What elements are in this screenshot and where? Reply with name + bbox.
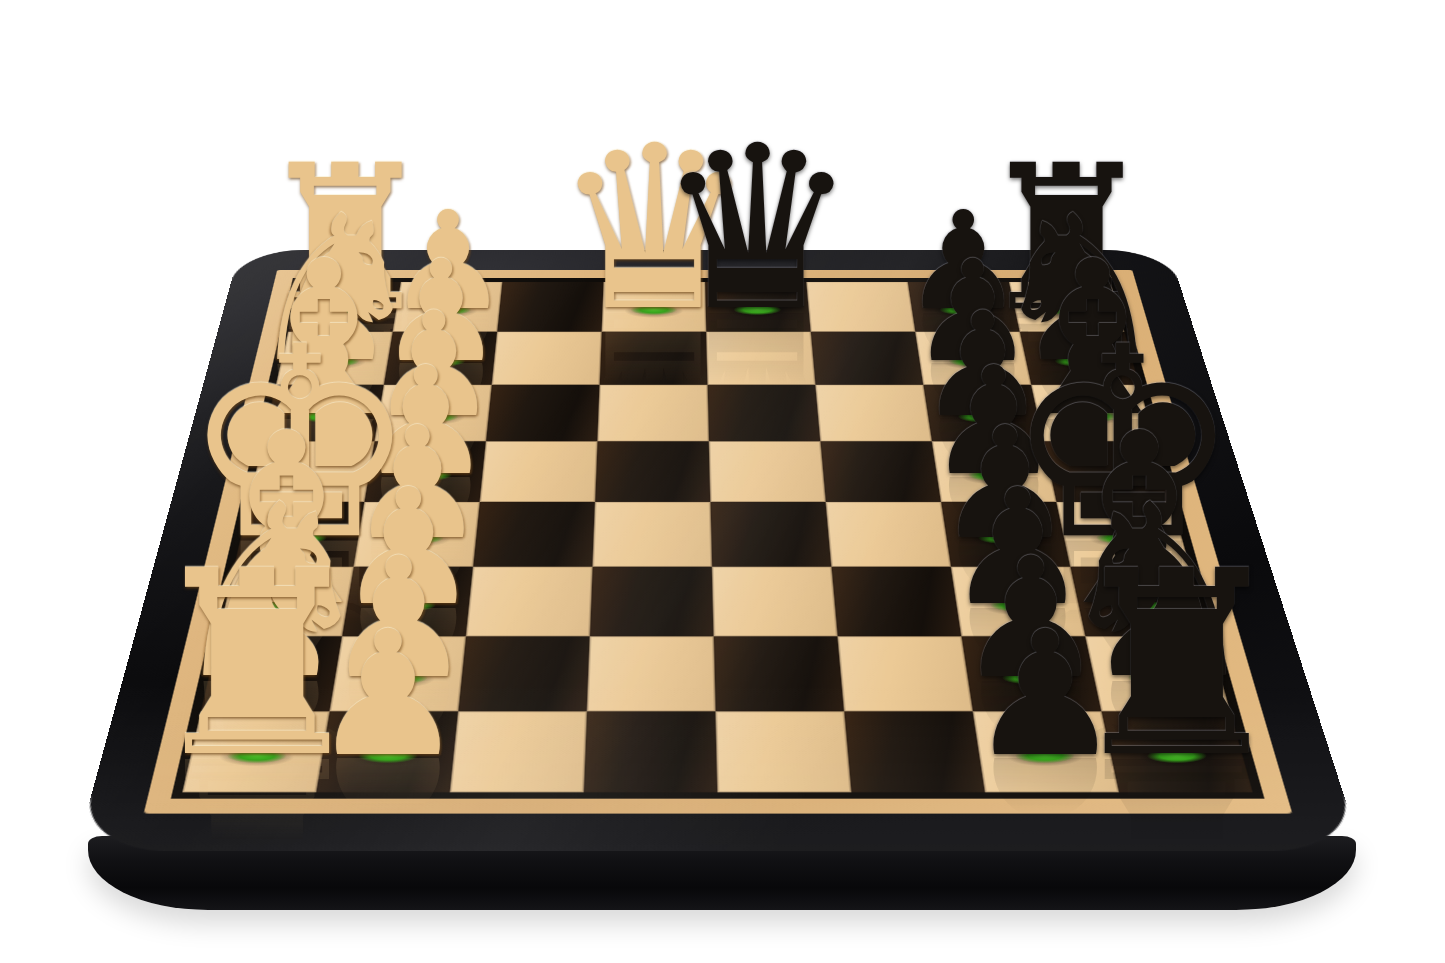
- square-g4[interactable]: [587, 636, 716, 711]
- square-d6[interactable]: [820, 441, 941, 502]
- square-g6[interactable]: [838, 636, 973, 711]
- square-h5[interactable]: [716, 711, 852, 792]
- square-h6[interactable]: [844, 711, 985, 792]
- queen-glyph: ♛: [656, 116, 859, 342]
- square-d5[interactable]: [709, 441, 826, 502]
- square-h4[interactable]: [584, 711, 718, 792]
- square-d3[interactable]: [480, 441, 598, 502]
- chess-board-photo: ♜♜♞♞♝♝♚♚♝♝♞♞♜♜♟♟♟♟♟♟♟♟♟♟♟♟♟♟♟♟♛♛♛♛♟♟♟♟♟♟…: [0, 0, 1445, 963]
- rook-glyph: ♜: [1062, 538, 1291, 793]
- square-e5[interactable]: [710, 502, 831, 567]
- square-e4[interactable]: [593, 502, 712, 567]
- square-d4[interactable]: [595, 441, 710, 502]
- square-h3[interactable]: [450, 711, 587, 792]
- square-g5[interactable]: [714, 636, 844, 711]
- square-e6[interactable]: [826, 502, 951, 567]
- square-f4[interactable]: [590, 567, 714, 637]
- square-c4[interactable]: [597, 385, 708, 442]
- square-c3[interactable]: [486, 385, 600, 442]
- square-g3[interactable]: [458, 636, 590, 711]
- square-f3[interactable]: [466, 567, 593, 637]
- square-e3[interactable]: [473, 502, 595, 567]
- pawn-glyph: ♟: [311, 609, 466, 782]
- square-c6[interactable]: [815, 385, 931, 442]
- square-f6[interactable]: [831, 567, 961, 637]
- square-c5[interactable]: [708, 385, 821, 442]
- square-f5[interactable]: [712, 567, 838, 637]
